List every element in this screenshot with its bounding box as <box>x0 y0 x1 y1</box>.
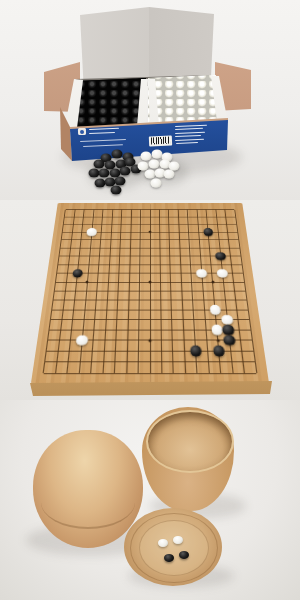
go-stone-white <box>196 269 207 278</box>
go-stone-white <box>76 335 88 346</box>
grid-line <box>54 291 245 292</box>
white-stone-pile <box>0 0 300 200</box>
grid-line <box>53 300 247 301</box>
white-stone <box>149 159 160 168</box>
bowl-interior <box>146 410 235 473</box>
dish-ring-inner <box>139 520 210 577</box>
stone-dish <box>124 508 222 586</box>
go-stone-white <box>217 269 228 278</box>
grid-line <box>43 373 257 374</box>
go-stone-black <box>215 252 226 260</box>
star-point <box>216 339 220 342</box>
go-stone-black <box>203 228 213 236</box>
go-stone-black <box>222 325 234 335</box>
go-stone-black <box>213 346 226 357</box>
board-face <box>31 203 269 384</box>
section-bowls <box>0 400 300 600</box>
go-stone-white <box>221 315 233 325</box>
go-stone-white <box>210 305 222 315</box>
go-stone-black <box>223 335 235 346</box>
go-stone-white <box>86 228 96 236</box>
bowl-lid-seam <box>41 475 136 529</box>
star-point <box>85 281 88 284</box>
white-stone <box>164 169 175 178</box>
go-stone-white <box>211 325 223 335</box>
star-point <box>149 231 152 233</box>
go-stone-black <box>72 269 83 278</box>
star-point <box>148 281 151 284</box>
white-stone <box>141 151 152 160</box>
section-stone-box <box>0 0 300 200</box>
section-go-board <box>0 200 300 400</box>
grid-line <box>50 319 249 320</box>
grid-line <box>45 362 256 363</box>
go-stone-black <box>190 346 202 357</box>
star-point <box>148 339 151 342</box>
white-stone <box>151 178 162 187</box>
bowl-lidded <box>33 430 143 548</box>
product-photo <box>0 0 300 600</box>
go-board <box>31 203 269 384</box>
star-point <box>211 281 214 284</box>
